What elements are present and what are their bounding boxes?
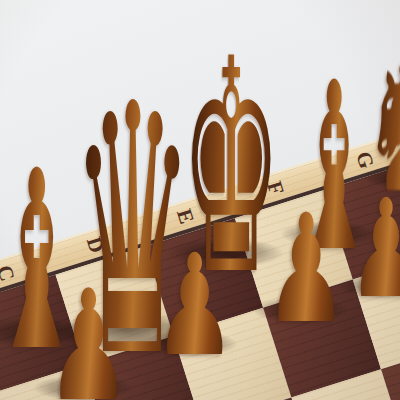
pawn-glyph: ♟ <box>46 270 131 400</box>
pieces: ♝♛♚♝♞♟♟♟♟ <box>0 0 400 400</box>
photo-frame: { "game": "chess", "scene": { "descripti… <box>0 0 400 400</box>
pawn-glyph: ♟ <box>264 194 347 344</box>
pawn-glyph: ♟ <box>348 181 400 317</box>
pawn-glyph: ♟ <box>154 236 237 376</box>
